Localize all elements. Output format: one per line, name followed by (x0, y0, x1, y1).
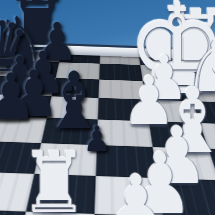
chess-3d-scene: ♛♞♜♟♟♟♟♟♝♟♚♜♞♟♟♝♟♜♟♟ (0, 0, 215, 215)
white-rook[interactable]: ♜ (16, 141, 91, 215)
white-pawn[interactable]: ♟ (101, 164, 171, 215)
pieces-layer: ♛♞♜♟♟♟♟♟♝♟♚♜♞♟♟♝♟♜♟♟ (0, 0, 215, 215)
black-pawn[interactable]: ♟ (0, 66, 40, 130)
